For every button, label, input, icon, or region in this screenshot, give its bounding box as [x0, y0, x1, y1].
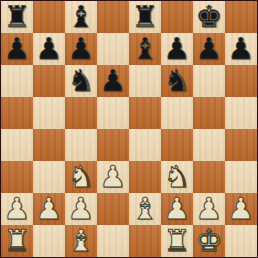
- square-g3[interactable]: [193, 161, 225, 193]
- piece-black-pawn[interactable]: ♟: [228, 33, 255, 65]
- square-d4[interactable]: [97, 129, 129, 161]
- piece-white-bishop[interactable]: ♝: [132, 193, 159, 225]
- square-b6[interactable]: [33, 65, 65, 97]
- piece-black-rook[interactable]: ♜: [132, 1, 159, 33]
- piece-white-pawn[interactable]: ♟: [4, 193, 31, 225]
- piece-white-king[interactable]: ♚: [196, 225, 223, 257]
- piece-white-pawn[interactable]: ♟: [36, 193, 63, 225]
- square-a3[interactable]: [1, 161, 33, 193]
- square-h8[interactable]: [225, 1, 257, 33]
- square-d8[interactable]: [97, 1, 129, 33]
- square-a2[interactable]: ♟: [1, 193, 33, 225]
- square-c4[interactable]: [65, 129, 97, 161]
- chess-board: ♜♝♜♚♟♟♟♝♟♟♟♞♟♞♞♟♞♟♟♟♝♟♟♟♜♝♜♚: [1, 1, 257, 257]
- square-d3[interactable]: ♟: [97, 161, 129, 193]
- square-e7[interactable]: ♝: [129, 33, 161, 65]
- square-f8[interactable]: [161, 1, 193, 33]
- square-e1[interactable]: [129, 225, 161, 257]
- square-c3[interactable]: ♞: [65, 161, 97, 193]
- square-h7[interactable]: ♟: [225, 33, 257, 65]
- square-e3[interactable]: [129, 161, 161, 193]
- square-d2[interactable]: [97, 193, 129, 225]
- piece-black-knight[interactable]: ♞: [68, 65, 95, 97]
- square-b4[interactable]: [33, 129, 65, 161]
- square-h3[interactable]: [225, 161, 257, 193]
- square-b1[interactable]: [33, 225, 65, 257]
- piece-black-pawn[interactable]: ♟: [4, 33, 31, 65]
- square-e6[interactable]: [129, 65, 161, 97]
- square-a6[interactable]: [1, 65, 33, 97]
- square-e5[interactable]: [129, 97, 161, 129]
- piece-black-pawn[interactable]: ♟: [196, 33, 223, 65]
- piece-white-bishop[interactable]: ♝: [68, 225, 95, 257]
- square-b3[interactable]: [33, 161, 65, 193]
- square-f6[interactable]: ♞: [161, 65, 193, 97]
- square-e2[interactable]: ♝: [129, 193, 161, 225]
- piece-white-rook[interactable]: ♜: [4, 225, 31, 257]
- piece-white-pawn[interactable]: ♟: [100, 161, 127, 193]
- square-d5[interactable]: [97, 97, 129, 129]
- square-a7[interactable]: ♟: [1, 33, 33, 65]
- square-a4[interactable]: [1, 129, 33, 161]
- square-g4[interactable]: [193, 129, 225, 161]
- square-f3[interactable]: ♞: [161, 161, 193, 193]
- square-c6[interactable]: ♞: [65, 65, 97, 97]
- square-g5[interactable]: [193, 97, 225, 129]
- square-b2[interactable]: ♟: [33, 193, 65, 225]
- piece-black-rook[interactable]: ♜: [4, 1, 31, 33]
- chess-board-frame: ♜♝♜♚♟♟♟♝♟♟♟♞♟♞♞♟♞♟♟♟♝♟♟♟♜♝♜♚: [0, 0, 258, 258]
- square-c7[interactable]: ♟: [65, 33, 97, 65]
- square-f7[interactable]: ♟: [161, 33, 193, 65]
- square-h4[interactable]: [225, 129, 257, 161]
- square-e4[interactable]: [129, 129, 161, 161]
- square-c1[interactable]: ♝: [65, 225, 97, 257]
- piece-black-bishop[interactable]: ♝: [68, 1, 95, 33]
- square-d7[interactable]: [97, 33, 129, 65]
- square-b7[interactable]: ♟: [33, 33, 65, 65]
- square-g6[interactable]: [193, 65, 225, 97]
- square-c2[interactable]: ♟: [65, 193, 97, 225]
- piece-black-king[interactable]: ♚: [196, 1, 223, 33]
- piece-white-pawn[interactable]: ♟: [196, 193, 223, 225]
- piece-black-pawn[interactable]: ♟: [36, 33, 63, 65]
- square-e8[interactable]: ♜: [129, 1, 161, 33]
- piece-white-rook[interactable]: ♜: [164, 225, 191, 257]
- square-f4[interactable]: [161, 129, 193, 161]
- square-a1[interactable]: ♜: [1, 225, 33, 257]
- square-h2[interactable]: ♟: [225, 193, 257, 225]
- piece-black-knight[interactable]: ♞: [164, 65, 191, 97]
- square-c5[interactable]: [65, 97, 97, 129]
- square-g8[interactable]: ♚: [193, 1, 225, 33]
- piece-white-knight[interactable]: ♞: [68, 161, 95, 193]
- square-h1[interactable]: [225, 225, 257, 257]
- square-h5[interactable]: [225, 97, 257, 129]
- square-f2[interactable]: ♟: [161, 193, 193, 225]
- square-b8[interactable]: [33, 1, 65, 33]
- piece-white-pawn[interactable]: ♟: [68, 193, 95, 225]
- square-f5[interactable]: [161, 97, 193, 129]
- square-d1[interactable]: [97, 225, 129, 257]
- square-g2[interactable]: ♟: [193, 193, 225, 225]
- square-g1[interactable]: ♚: [193, 225, 225, 257]
- piece-black-bishop[interactable]: ♝: [132, 33, 159, 65]
- piece-black-pawn[interactable]: ♟: [68, 33, 95, 65]
- square-a5[interactable]: [1, 97, 33, 129]
- square-h6[interactable]: [225, 65, 257, 97]
- piece-black-pawn[interactable]: ♟: [164, 33, 191, 65]
- square-c8[interactable]: ♝: [65, 1, 97, 33]
- piece-white-knight[interactable]: ♞: [164, 161, 191, 193]
- square-g7[interactable]: ♟: [193, 33, 225, 65]
- square-a8[interactable]: ♜: [1, 1, 33, 33]
- piece-black-pawn[interactable]: ♟: [100, 65, 127, 97]
- square-b5[interactable]: [33, 97, 65, 129]
- square-f1[interactable]: ♜: [161, 225, 193, 257]
- piece-white-pawn[interactable]: ♟: [164, 193, 191, 225]
- piece-white-pawn[interactable]: ♟: [228, 193, 255, 225]
- square-d6[interactable]: ♟: [97, 65, 129, 97]
